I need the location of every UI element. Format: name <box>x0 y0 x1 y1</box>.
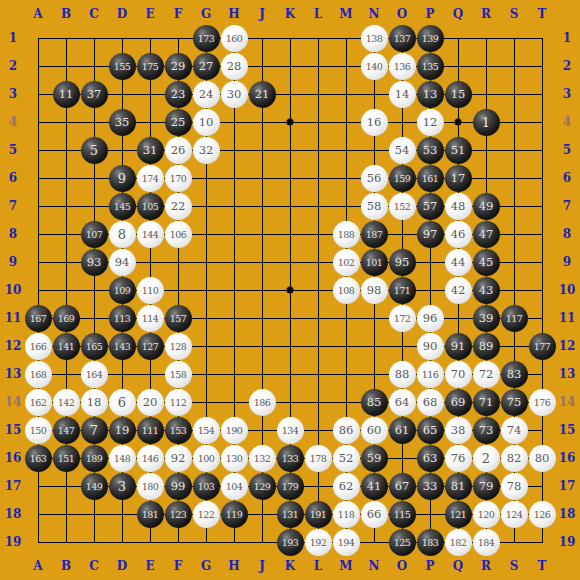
stone-black-K18-move-131: 131 <box>277 501 304 528</box>
row-label-right-12: 12 <box>554 336 580 356</box>
stone-white-G16-move-100: 100 <box>193 445 220 472</box>
stone-black-D2-move-155: 155 <box>109 53 136 80</box>
stone-white-P12-move-90: 90 <box>417 333 444 360</box>
stone-white-O14-move-64: 64 <box>389 389 416 416</box>
row-label-left-17: 17 <box>0 476 26 496</box>
col-label-top-P: P <box>416 4 444 24</box>
stone-black-P6-move-161: 161 <box>417 165 444 192</box>
stone-black-Q18-move-121: 121 <box>445 501 472 528</box>
stone-black-O15-move-61: 61 <box>389 417 416 444</box>
stone-black-P7-move-57: 57 <box>417 193 444 220</box>
row-label-right-11: 11 <box>554 308 580 328</box>
stone-black-O18-move-115: 115 <box>389 501 416 528</box>
row-label-left-16: 16 <box>0 448 26 468</box>
stone-black-O6-move-159: 159 <box>389 165 416 192</box>
stone-white-E6-move-174: 174 <box>137 165 164 192</box>
stone-black-F17-move-99: 99 <box>165 473 192 500</box>
row-label-left-15: 15 <box>0 420 26 440</box>
stone-black-K19-move-193: 193 <box>277 529 304 556</box>
stone-black-B3-move-11: 11 <box>53 81 80 108</box>
stone-black-F11-move-157: 157 <box>165 305 192 332</box>
stone-white-H1-move-160: 160 <box>221 25 248 52</box>
stone-white-E8-move-144: 144 <box>137 221 164 248</box>
row-label-right-6: 6 <box>554 168 580 188</box>
col-label-top-N: N <box>360 4 388 24</box>
stone-black-G17-move-103: 103 <box>193 473 220 500</box>
row-label-left-2: 2 <box>0 56 26 76</box>
stone-black-C12-move-165: 165 <box>81 333 108 360</box>
stone-black-H18-move-119: 119 <box>221 501 248 528</box>
stone-black-R10-move-43: 43 <box>473 277 500 304</box>
col-label-top-R: R <box>472 4 500 24</box>
stone-black-P15-move-65: 65 <box>417 417 444 444</box>
stone-white-D8-move-8: 8 <box>109 221 136 248</box>
stone-black-E15-move-111: 111 <box>137 417 164 444</box>
stone-white-H16-move-130: 130 <box>221 445 248 472</box>
stone-black-N9-move-101: 101 <box>361 249 388 276</box>
stone-white-S15-move-74: 74 <box>501 417 528 444</box>
stone-white-A13-move-168: 168 <box>25 361 52 388</box>
stone-white-H15-move-190: 190 <box>221 417 248 444</box>
row-label-left-12: 12 <box>0 336 26 356</box>
stone-white-N6-move-56: 56 <box>361 165 388 192</box>
stone-white-Q19-move-182: 182 <box>445 529 472 556</box>
stone-white-P4-move-12: 12 <box>417 109 444 136</box>
stone-white-S16-move-82: 82 <box>501 445 528 472</box>
stone-black-F3-move-23: 23 <box>165 81 192 108</box>
stone-black-R15-move-73: 73 <box>473 417 500 444</box>
col-label-bottom-D: D <box>108 556 136 576</box>
stone-black-B16-move-151: 151 <box>53 445 80 472</box>
col-label-top-G: G <box>192 4 220 24</box>
stone-black-O1-move-137: 137 <box>389 25 416 52</box>
col-label-bottom-K: K <box>276 556 304 576</box>
stone-black-P8-move-97: 97 <box>417 221 444 248</box>
stone-white-T14-move-176: 176 <box>529 389 556 416</box>
stone-white-Q9-move-44: 44 <box>445 249 472 276</box>
row-label-right-5: 5 <box>554 140 580 160</box>
stone-white-R16-move-2: 2 <box>473 445 500 472</box>
row-label-right-13: 13 <box>554 364 580 384</box>
stone-white-F6-move-170: 170 <box>165 165 192 192</box>
stone-white-D16-move-148: 148 <box>109 445 136 472</box>
stone-black-D10-move-109: 109 <box>109 277 136 304</box>
col-label-bottom-G: G <box>192 556 220 576</box>
stone-white-Q15-move-38: 38 <box>445 417 472 444</box>
stone-black-D17-move-3: 3 <box>109 473 136 500</box>
stone-black-E5-move-31: 31 <box>137 137 164 164</box>
stone-white-F13-move-158: 158 <box>165 361 192 388</box>
col-label-bottom-P: P <box>416 556 444 576</box>
row-label-right-4: 4 <box>554 112 580 132</box>
stone-white-F12-move-128: 128 <box>165 333 192 360</box>
stone-black-L18-move-191: 191 <box>305 501 332 528</box>
stone-white-R19-move-184: 184 <box>473 529 500 556</box>
col-label-bottom-C: C <box>80 556 108 576</box>
stone-black-J17-move-129: 129 <box>249 473 276 500</box>
stone-black-Q14-move-69: 69 <box>445 389 472 416</box>
stone-black-P5-move-53: 53 <box>417 137 444 164</box>
stone-black-J3-move-21: 21 <box>249 81 276 108</box>
stone-black-Q6-move-17: 17 <box>445 165 472 192</box>
stone-white-O2-move-136: 136 <box>389 53 416 80</box>
row-label-left-5: 5 <box>0 140 26 160</box>
row-label-right-1: 1 <box>554 28 580 48</box>
col-label-bottom-O: O <box>388 556 416 576</box>
row-label-left-11: 11 <box>0 308 26 328</box>
stone-black-S11-move-117: 117 <box>501 305 528 332</box>
stone-white-N4-move-16: 16 <box>361 109 388 136</box>
stone-white-F7-move-22: 22 <box>165 193 192 220</box>
stone-black-B11-move-169: 169 <box>53 305 80 332</box>
stone-black-R14-move-71: 71 <box>473 389 500 416</box>
row-label-right-18: 18 <box>554 504 580 524</box>
stone-black-E18-move-181: 181 <box>137 501 164 528</box>
stone-black-Q5-move-51: 51 <box>445 137 472 164</box>
stone-white-M10-move-108: 108 <box>333 277 360 304</box>
stone-white-C13-move-164: 164 <box>81 361 108 388</box>
col-label-top-F: F <box>164 4 192 24</box>
row-label-right-9: 9 <box>554 252 580 272</box>
stone-white-O3-move-14: 14 <box>389 81 416 108</box>
col-label-bottom-T: T <box>528 556 556 576</box>
stone-white-P13-move-116: 116 <box>417 361 444 388</box>
stone-black-K16-move-133: 133 <box>277 445 304 472</box>
stone-black-D4-move-35: 35 <box>109 109 136 136</box>
col-label-bottom-F: F <box>164 556 192 576</box>
col-label-top-H: H <box>220 4 248 24</box>
stone-white-T16-move-80: 80 <box>529 445 556 472</box>
stone-white-G15-move-154: 154 <box>193 417 220 444</box>
stone-black-N8-move-187: 187 <box>361 221 388 248</box>
stone-white-O11-move-172: 172 <box>389 305 416 332</box>
stone-white-D14-move-6: 6 <box>109 389 136 416</box>
stone-white-S18-move-124: 124 <box>501 501 528 528</box>
row-label-left-19: 19 <box>0 532 26 552</box>
stone-black-D6-move-9: 9 <box>109 165 136 192</box>
stone-black-O10-move-171: 171 <box>389 277 416 304</box>
row-label-right-8: 8 <box>554 224 580 244</box>
col-label-top-O: O <box>388 4 416 24</box>
col-label-top-D: D <box>108 4 136 24</box>
stone-black-K17-move-179: 179 <box>277 473 304 500</box>
stone-black-B12-move-141: 141 <box>53 333 80 360</box>
row-label-left-18: 18 <box>0 504 26 524</box>
col-label-bottom-R: R <box>472 556 500 576</box>
stone-black-P3-move-13: 13 <box>417 81 444 108</box>
stone-white-Q10-move-42: 42 <box>445 277 472 304</box>
stone-black-R17-move-79: 79 <box>473 473 500 500</box>
stone-white-H2-move-28: 28 <box>221 53 248 80</box>
col-label-bottom-L: L <box>304 556 332 576</box>
col-label-bottom-E: E <box>136 556 164 576</box>
stone-white-N1-move-138: 138 <box>361 25 388 52</box>
stone-white-F14-move-112: 112 <box>165 389 192 416</box>
stone-black-A16-move-163: 163 <box>25 445 52 472</box>
stone-white-A15-move-150: 150 <box>25 417 52 444</box>
stone-white-Q8-move-46: 46 <box>445 221 472 248</box>
stone-black-G1-move-173: 173 <box>193 25 220 52</box>
stone-white-N2-move-140: 140 <box>361 53 388 80</box>
row-label-right-2: 2 <box>554 56 580 76</box>
stone-black-P17-move-33: 33 <box>417 473 444 500</box>
stone-black-F15-move-153: 153 <box>165 417 192 444</box>
row-label-right-10: 10 <box>554 280 580 300</box>
row-label-left-14: 14 <box>0 392 26 412</box>
stone-black-E7-move-105: 105 <box>137 193 164 220</box>
stone-white-M18-move-118: 118 <box>333 501 360 528</box>
stone-white-M9-move-102: 102 <box>333 249 360 276</box>
col-label-bottom-S: S <box>500 556 528 576</box>
stone-white-G5-move-32: 32 <box>193 137 220 164</box>
row-label-left-6: 6 <box>0 168 26 188</box>
col-label-top-A: A <box>24 4 52 24</box>
stone-white-R13-move-72: 72 <box>473 361 500 388</box>
col-label-top-S: S <box>500 4 528 24</box>
stone-white-M16-move-52: 52 <box>333 445 360 472</box>
stone-black-D12-move-143: 143 <box>109 333 136 360</box>
stone-black-D15-move-19: 19 <box>109 417 136 444</box>
stone-white-R18-move-120: 120 <box>473 501 500 528</box>
stone-white-P14-move-68: 68 <box>417 389 444 416</box>
stone-black-D7-move-145: 145 <box>109 193 136 220</box>
stone-white-D9-move-94: 94 <box>109 249 136 276</box>
row-label-right-3: 3 <box>554 84 580 104</box>
stone-black-R7-move-49: 49 <box>473 193 500 220</box>
stone-black-C16-move-189: 189 <box>81 445 108 472</box>
stone-black-E2-move-175: 175 <box>137 53 164 80</box>
stone-black-F2-move-29: 29 <box>165 53 192 80</box>
stone-black-C3-move-37: 37 <box>81 81 108 108</box>
stone-black-N17-move-41: 41 <box>361 473 388 500</box>
stone-white-E17-move-180: 180 <box>137 473 164 500</box>
row-label-left-7: 7 <box>0 196 26 216</box>
stone-black-Q3-move-15: 15 <box>445 81 472 108</box>
stone-white-N18-move-66: 66 <box>361 501 388 528</box>
col-label-bottom-M: M <box>332 556 360 576</box>
stone-white-C14-move-18: 18 <box>81 389 108 416</box>
stone-black-D11-move-113: 113 <box>109 305 136 332</box>
stone-black-C15-move-7: 7 <box>81 417 108 444</box>
stone-white-B14-move-142: 142 <box>53 389 80 416</box>
stone-white-E16-move-146: 146 <box>137 445 164 472</box>
stone-black-R12-move-89: 89 <box>473 333 500 360</box>
col-label-bottom-A: A <box>24 556 52 576</box>
stone-white-O13-move-88: 88 <box>389 361 416 388</box>
stone-white-S17-move-78: 78 <box>501 473 528 500</box>
row-label-right-19: 19 <box>554 532 580 552</box>
row-label-left-1: 1 <box>0 28 26 48</box>
row-label-right-16: 16 <box>554 448 580 468</box>
stone-white-A14-move-162: 162 <box>25 389 52 416</box>
col-label-top-J: J <box>248 4 276 24</box>
stone-black-G2-move-27: 27 <box>193 53 220 80</box>
col-label-top-T: T <box>528 4 556 24</box>
stone-white-E11-move-114: 114 <box>137 305 164 332</box>
stone-white-O5-move-54: 54 <box>389 137 416 164</box>
row-label-left-9: 9 <box>0 252 26 272</box>
row-label-right-17: 17 <box>554 476 580 496</box>
stone-white-O7-move-152: 152 <box>389 193 416 220</box>
stone-white-F5-move-26: 26 <box>165 137 192 164</box>
stone-black-S13-move-83: 83 <box>501 361 528 388</box>
row-label-right-7: 7 <box>554 196 580 216</box>
col-label-bottom-B: B <box>52 556 80 576</box>
stone-black-P1-move-139: 139 <box>417 25 444 52</box>
row-label-right-15: 15 <box>554 420 580 440</box>
stone-black-R9-move-45: 45 <box>473 249 500 276</box>
stone-white-G18-move-122: 122 <box>193 501 220 528</box>
stone-white-F8-move-106: 106 <box>165 221 192 248</box>
stone-black-O9-move-95: 95 <box>389 249 416 276</box>
col-label-top-L: L <box>304 4 332 24</box>
stone-white-N10-move-98: 98 <box>361 277 388 304</box>
stone-white-L16-move-178: 178 <box>305 445 332 472</box>
stone-white-H3-move-30: 30 <box>221 81 248 108</box>
stone-black-C5-move-5: 5 <box>81 137 108 164</box>
stone-white-Q7-move-48: 48 <box>445 193 472 220</box>
row-label-left-10: 10 <box>0 280 26 300</box>
col-label-bottom-H: H <box>220 556 248 576</box>
col-label-bottom-J: J <box>248 556 276 576</box>
stone-black-F4-move-25: 25 <box>165 109 192 136</box>
stone-black-C8-move-107: 107 <box>81 221 108 248</box>
stone-white-M17-move-62: 62 <box>333 473 360 500</box>
row-label-left-3: 3 <box>0 84 26 104</box>
stone-white-M8-move-188: 188 <box>333 221 360 248</box>
stone-white-E14-move-20: 20 <box>137 389 164 416</box>
stone-white-M15-move-86: 86 <box>333 417 360 444</box>
col-label-top-B: B <box>52 4 80 24</box>
col-label-top-E: E <box>136 4 164 24</box>
stone-black-E12-move-127: 127 <box>137 333 164 360</box>
stone-black-N16-move-59: 59 <box>361 445 388 472</box>
stone-white-T18-move-126: 126 <box>529 501 556 528</box>
stone-black-R11-move-39: 39 <box>473 305 500 332</box>
stone-black-R8-move-47: 47 <box>473 221 500 248</box>
col-label-top-Q: Q <box>444 4 472 24</box>
stone-black-S14-move-75: 75 <box>501 389 528 416</box>
go-board: AABBCCDDEEFFGGHHJJKKLLMMNNOOPPQQRRSSTT11… <box>0 0 580 580</box>
stone-white-N15-move-60: 60 <box>361 417 388 444</box>
stone-black-C17-move-149: 149 <box>81 473 108 500</box>
stone-white-J14-move-186: 186 <box>249 389 276 416</box>
stone-black-P16-move-63: 63 <box>417 445 444 472</box>
row-label-left-4: 4 <box>0 112 26 132</box>
stone-black-T12-move-177: 177 <box>529 333 556 360</box>
stone-black-A11-move-167: 167 <box>25 305 52 332</box>
stone-white-H17-move-104: 104 <box>221 473 248 500</box>
stone-black-F18-move-123: 123 <box>165 501 192 528</box>
row-label-left-8: 8 <box>0 224 26 244</box>
stone-white-M19-move-194: 194 <box>333 529 360 556</box>
stone-black-C9-move-93: 93 <box>81 249 108 276</box>
col-label-bottom-Q: Q <box>444 556 472 576</box>
stone-white-K15-move-134: 134 <box>277 417 304 444</box>
stone-white-J16-move-132: 132 <box>249 445 276 472</box>
stone-black-O17-move-67: 67 <box>389 473 416 500</box>
col-label-top-C: C <box>80 4 108 24</box>
stone-white-G3-move-24: 24 <box>193 81 220 108</box>
stone-white-P11-move-96: 96 <box>417 305 444 332</box>
col-label-top-K: K <box>276 4 304 24</box>
stone-black-P19-move-183: 183 <box>417 529 444 556</box>
stone-black-R4-move-1: 1 <box>473 109 500 136</box>
stones-layer: 1235678910111213141516171819202122232425… <box>24 24 556 556</box>
col-label-top-M: M <box>332 4 360 24</box>
stone-white-A12-move-166: 166 <box>25 333 52 360</box>
stone-black-O19-move-125: 125 <box>389 529 416 556</box>
col-label-bottom-N: N <box>360 556 388 576</box>
stone-black-P2-move-135: 135 <box>417 53 444 80</box>
stone-white-F16-move-92: 92 <box>165 445 192 472</box>
row-label-right-14: 14 <box>554 392 580 412</box>
row-label-left-13: 13 <box>0 364 26 384</box>
stone-white-Q16-move-76: 76 <box>445 445 472 472</box>
stone-white-N7-move-58: 58 <box>361 193 388 220</box>
stone-white-E10-move-110: 110 <box>137 277 164 304</box>
stone-white-G4-move-10: 10 <box>193 109 220 136</box>
stone-black-Q12-move-91: 91 <box>445 333 472 360</box>
stone-black-B15-move-147: 147 <box>53 417 80 444</box>
stone-black-N14-move-85: 85 <box>361 389 388 416</box>
stone-white-Q13-move-70: 70 <box>445 361 472 388</box>
stone-black-Q17-move-81: 81 <box>445 473 472 500</box>
stone-white-L19-move-192: 192 <box>305 529 332 556</box>
